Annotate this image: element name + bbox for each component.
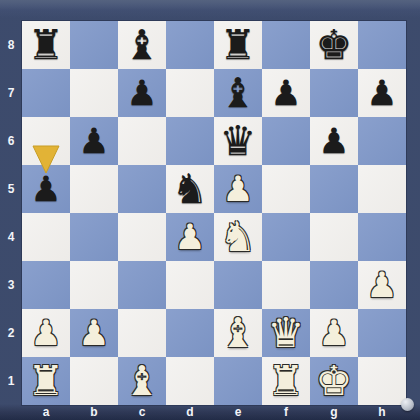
square-h1[interactable] (358, 357, 406, 405)
piece-black-pawn[interactable]: ♟ (366, 69, 397, 117)
square-f3[interactable] (262, 261, 310, 309)
rank-label-5: 5 (0, 165, 22, 213)
square-h4[interactable] (358, 213, 406, 261)
square-c3[interactable] (118, 261, 166, 309)
square-g3[interactable] (310, 261, 358, 309)
piece-white-bishop[interactable]: ♝ (124, 357, 161, 405)
rank-label-1: 1 (0, 357, 22, 405)
piece-black-pawn[interactable]: ♟ (270, 69, 301, 117)
square-c5[interactable] (118, 165, 166, 213)
file-label-h: h (358, 404, 406, 419)
square-c6[interactable] (118, 117, 166, 165)
square-d4[interactable]: ♟ (166, 213, 214, 261)
side-to-move-indicator (401, 398, 414, 411)
square-f6[interactable] (262, 117, 310, 165)
file-label-d: d (166, 404, 214, 419)
square-d3[interactable] (166, 261, 214, 309)
file-label-c: c (118, 404, 166, 419)
square-f5[interactable] (262, 165, 310, 213)
square-b2[interactable]: ♟ (70, 309, 118, 357)
square-b3[interactable] (70, 261, 118, 309)
square-e2[interactable]: ♝ (214, 309, 262, 357)
piece-black-rook[interactable]: ♜ (28, 21, 65, 69)
square-f2[interactable]: ♛ (262, 309, 310, 357)
square-c2[interactable] (118, 309, 166, 357)
piece-black-pawn[interactable]: ♟ (78, 117, 109, 165)
file-labels: abcdefgh (22, 404, 406, 419)
square-a5[interactable]: ♟ (22, 165, 70, 213)
square-c7[interactable]: ♟ (118, 69, 166, 117)
piece-white-king[interactable]: ♚ (316, 357, 353, 405)
square-d1[interactable] (166, 357, 214, 405)
square-a7[interactable] (22, 69, 70, 117)
square-b8[interactable] (70, 21, 118, 69)
square-h7[interactable]: ♟ (358, 69, 406, 117)
piece-white-rook[interactable]: ♜ (28, 357, 65, 405)
square-f8[interactable] (262, 21, 310, 69)
square-c1[interactable]: ♝ (118, 357, 166, 405)
piece-black-knight[interactable]: ♞ (172, 165, 209, 213)
square-h2[interactable] (358, 309, 406, 357)
square-h3[interactable]: ♟ (358, 261, 406, 309)
piece-white-pawn[interactable]: ♟ (78, 309, 109, 357)
square-g7[interactable] (310, 69, 358, 117)
piece-white-knight[interactable]: ♞ (220, 213, 257, 261)
chess-board: ♜♝♜♚♟♝♟♟♟♛♟♟♞♟♟♞♟♟♟♝♛♟♜♝♜♚ (22, 21, 406, 405)
square-e4[interactable]: ♞ (214, 213, 262, 261)
square-e7[interactable]: ♝ (214, 69, 262, 117)
square-g8[interactable]: ♚ (310, 21, 358, 69)
file-label-f: f (262, 404, 310, 419)
file-label-e: e (214, 404, 262, 419)
square-b6[interactable]: ♟ (70, 117, 118, 165)
rank-label-6: 6 (0, 117, 22, 165)
square-e8[interactable]: ♜ (214, 21, 262, 69)
piece-white-pawn[interactable]: ♟ (30, 309, 61, 357)
square-a3[interactable] (22, 261, 70, 309)
square-g4[interactable] (310, 213, 358, 261)
square-e6[interactable]: ♛ (214, 117, 262, 165)
piece-black-pawn[interactable]: ♟ (30, 165, 61, 213)
square-a6[interactable] (22, 117, 70, 165)
square-a4[interactable] (22, 213, 70, 261)
rank-label-2: 2 (0, 309, 22, 357)
square-d2[interactable] (166, 309, 214, 357)
square-d5[interactable]: ♞ (166, 165, 214, 213)
piece-black-rook[interactable]: ♜ (220, 21, 257, 69)
piece-black-pawn[interactable]: ♟ (126, 69, 157, 117)
rank-label-4: 4 (0, 213, 22, 261)
file-label-a: a (22, 404, 70, 419)
piece-black-queen[interactable]: ♛ (220, 117, 257, 165)
piece-black-pawn[interactable]: ♟ (318, 117, 349, 165)
file-label-g: g (310, 404, 358, 419)
chess-board-window: 87654321 abcdefgh ♜♝♜♚♟♝♟♟♟♛♟♟♞♟♟♞♟♟♟♝♛♟… (0, 0, 420, 420)
piece-white-pawn[interactable]: ♟ (222, 165, 253, 213)
square-e3[interactable] (214, 261, 262, 309)
square-e1[interactable] (214, 357, 262, 405)
square-h5[interactable] (358, 165, 406, 213)
piece-white-pawn[interactable]: ♟ (318, 309, 349, 357)
piece-white-rook[interactable]: ♜ (268, 357, 305, 405)
square-g6[interactable]: ♟ (310, 117, 358, 165)
square-d7[interactable] (166, 69, 214, 117)
square-f4[interactable] (262, 213, 310, 261)
square-g1[interactable]: ♚ (310, 357, 358, 405)
square-b7[interactable] (70, 69, 118, 117)
rank-label-8: 8 (0, 21, 22, 69)
rank-labels: 87654321 (0, 21, 22, 405)
piece-black-bishop[interactable]: ♝ (220, 69, 257, 117)
piece-white-pawn[interactable]: ♟ (174, 213, 205, 261)
square-h6[interactable] (358, 117, 406, 165)
piece-white-pawn[interactable]: ♟ (366, 261, 397, 309)
square-f1[interactable]: ♜ (262, 357, 310, 405)
square-b5[interactable] (70, 165, 118, 213)
piece-white-bishop[interactable]: ♝ (220, 309, 257, 357)
square-g5[interactable] (310, 165, 358, 213)
square-a1[interactable]: ♜ (22, 357, 70, 405)
square-g2[interactable]: ♟ (310, 309, 358, 357)
square-d8[interactable] (166, 21, 214, 69)
square-h8[interactable] (358, 21, 406, 69)
square-b4[interactable] (70, 213, 118, 261)
file-label-b: b (70, 404, 118, 419)
square-a8[interactable]: ♜ (22, 21, 70, 69)
rank-label-3: 3 (0, 261, 22, 309)
square-a2[interactable]: ♟ (22, 309, 70, 357)
square-e5[interactable]: ♟ (214, 165, 262, 213)
square-b1[interactable] (70, 357, 118, 405)
rank-label-7: 7 (0, 69, 22, 117)
piece-black-bishop[interactable]: ♝ (124, 21, 161, 69)
square-f7[interactable]: ♟ (262, 69, 310, 117)
piece-white-queen[interactable]: ♛ (268, 309, 305, 357)
square-d6[interactable] (166, 117, 214, 165)
square-c8[interactable]: ♝ (118, 21, 166, 69)
piece-black-king[interactable]: ♚ (316, 21, 353, 69)
square-c4[interactable] (118, 213, 166, 261)
